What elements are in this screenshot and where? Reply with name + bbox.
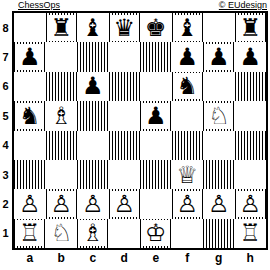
piece-bP-h7: ♟ (236, 44, 264, 70)
piece-wN-b1: ♘ (47, 220, 75, 246)
piece-bB-c8: ♝ (79, 15, 107, 41)
square-h3 (235, 160, 267, 189)
square-a1: ♖ (14, 219, 46, 248)
square-f6: ♞ (172, 72, 204, 101)
piece-wP-d2: ♙ (110, 191, 138, 217)
square-e8: ♚ (140, 13, 172, 42)
square-c8: ♝ (77, 13, 109, 42)
piece-bP-g7: ♟ (205, 44, 233, 70)
rank-label-8: 8 (0, 13, 11, 42)
square-h7: ♟ (235, 42, 267, 71)
square-f4 (172, 131, 204, 160)
piece-wR-a1: ♖ (16, 220, 44, 246)
piece-bP-f7: ♟ (173, 44, 201, 70)
piece-bB-f8: ♝ (173, 15, 201, 41)
square-d1 (109, 219, 141, 248)
square-h2: ♙ (235, 189, 267, 218)
rank-label-7: 7 (0, 42, 11, 71)
piece-wB-c1: ♗ (79, 220, 107, 246)
file-labels: abcdefgh (14, 250, 266, 266)
square-a2: ♙ (14, 189, 46, 218)
piece-wR-h1: ♖ (236, 220, 264, 246)
rank-label-3: 3 (0, 160, 11, 189)
piece-wN-g5: ♘ (205, 103, 233, 129)
square-c6: ♟ (77, 72, 109, 101)
square-g4 (203, 131, 235, 160)
square-g6 (203, 72, 235, 101)
square-c7 (77, 42, 109, 71)
square-e4 (140, 131, 172, 160)
square-h4 (235, 131, 267, 160)
square-f5 (172, 101, 204, 130)
square-f2: ♙ (172, 189, 204, 218)
piece-wK-e1: ♔ (142, 220, 170, 246)
piece-wP-g2: ♙ (205, 191, 233, 217)
square-c4 (77, 131, 109, 160)
file-label-h: h (235, 250, 267, 266)
piece-wB-b5: ♗ (47, 103, 75, 129)
square-f7: ♟ (172, 42, 204, 71)
piece-bN-f6: ♞ (173, 73, 201, 99)
square-c3 (77, 160, 109, 189)
square-e5: ♟ (140, 101, 172, 130)
square-d4 (109, 131, 141, 160)
square-b4 (46, 131, 78, 160)
file-label-b: b (46, 250, 78, 266)
square-b7 (46, 42, 78, 71)
square-e3 (140, 160, 172, 189)
file-label-g: g (203, 250, 235, 266)
rank-label-4: 4 (0, 131, 11, 160)
square-a6 (14, 72, 46, 101)
eudesign-credit-link[interactable]: © EUdesign (219, 0, 267, 11)
piece-bK-e8: ♚ (142, 15, 170, 41)
file-label-a: a (14, 250, 46, 266)
square-f8: ♝ (172, 13, 204, 42)
square-d2: ♙ (109, 189, 141, 218)
square-d7 (109, 42, 141, 71)
square-h1: ♖ (235, 219, 267, 248)
rank-label-1: 1 (0, 219, 11, 248)
file-label-c: c (77, 250, 109, 266)
square-e7 (140, 42, 172, 71)
square-b3 (46, 160, 78, 189)
square-d8: ♛ (109, 13, 141, 42)
square-d3 (109, 160, 141, 189)
square-b5: ♗ (46, 101, 78, 130)
chessops-title-link[interactable]: ChessOps (18, 0, 60, 11)
rank-label-5: 5 (0, 101, 11, 130)
square-b2: ♙ (46, 189, 78, 218)
piece-bQ-d8: ♛ (110, 15, 138, 41)
square-e1: ♔ (140, 219, 172, 248)
piece-bR-b8: ♜ (47, 15, 75, 41)
piece-bP-a7: ♟ (16, 44, 44, 70)
piece-wP-a2: ♙ (16, 191, 44, 217)
piece-bP-c6: ♟ (79, 73, 107, 99)
rank-label-2: 2 (0, 189, 11, 218)
square-g3 (203, 160, 235, 189)
square-g7: ♟ (203, 42, 235, 71)
square-c2: ♙ (77, 189, 109, 218)
square-h6 (235, 72, 267, 101)
square-f3: ♕ (172, 160, 204, 189)
piece-wP-c2: ♙ (79, 191, 107, 217)
square-a3 (14, 160, 46, 189)
square-b1: ♘ (46, 219, 78, 248)
piece-wP-b2: ♙ (47, 191, 75, 217)
square-d5 (109, 101, 141, 130)
piece-bP-e5: ♟ (142, 103, 170, 129)
file-label-e: e (140, 250, 172, 266)
rank-labels: 87654321 (0, 13, 11, 248)
square-g1 (203, 219, 235, 248)
square-b6 (46, 72, 78, 101)
rank-label-6: 6 (0, 72, 11, 101)
square-c1: ♗ (77, 219, 109, 248)
square-g5: ♘ (203, 101, 235, 130)
square-e6 (140, 72, 172, 101)
square-c5 (77, 101, 109, 130)
file-label-d: d (109, 250, 141, 266)
square-a7: ♟ (14, 42, 46, 71)
file-label-f: f (172, 250, 204, 266)
piece-wP-f2: ♙ (173, 191, 201, 217)
piece-bN-a5: ♞ (16, 103, 44, 129)
square-a8 (14, 13, 46, 42)
piece-wQ-f3: ♕ (173, 162, 201, 188)
chess-board: ♜♝♛♚♝♜♟♟♟♟♟♞♞♗♟♘♕♙♙♙♙♙♙♙♖♘♗♔♖ (12, 11, 268, 250)
square-h5 (235, 101, 267, 130)
piece-wP-h2: ♙ (236, 191, 264, 217)
square-g8 (203, 13, 235, 42)
square-d6 (109, 72, 141, 101)
square-a5: ♞ (14, 101, 46, 130)
square-g2: ♙ (203, 189, 235, 218)
square-f1 (172, 219, 204, 248)
square-h8: ♜ (235, 13, 267, 42)
square-a4 (14, 131, 46, 160)
square-b8: ♜ (46, 13, 78, 42)
piece-bR-h8: ♜ (236, 15, 264, 41)
square-e2 (140, 189, 172, 218)
